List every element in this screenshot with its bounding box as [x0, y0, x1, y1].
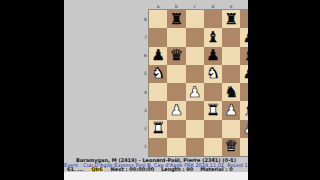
square-c3[interactable] [186, 101, 204, 119]
game-info-panel: Baramygan, M (2419) - Leonard-Paul, Pier… [64, 158, 248, 172]
white-rook-d3[interactable]: ♜ [206, 103, 219, 118]
square-b2[interactable] [167, 120, 185, 138]
square-a6[interactable]: ♟ [149, 47, 167, 65]
coord-label-a: a [149, 4, 167, 9]
coord-label-c: c [186, 4, 204, 9]
square-b3[interactable]: ♟ [167, 101, 185, 119]
square-e3[interactable]: ♟ [222, 101, 240, 119]
coord-label-b: b [167, 4, 185, 9]
square-e8[interactable]: ♜ [222, 10, 240, 28]
white-knight-d5[interactable]: ♞ [206, 66, 219, 81]
white-knight-a5[interactable]: ♞ [151, 66, 164, 81]
coord-label-e: e [222, 4, 240, 9]
square-d5[interactable]: ♞ [204, 65, 222, 83]
square-d8[interactable] [204, 10, 222, 28]
coord-label-8: 8 [143, 10, 148, 28]
square-d7[interactable]: ♝ [204, 28, 222, 46]
white-pawn-c4[interactable]: ♟ [188, 85, 201, 100]
square-d2[interactable] [204, 120, 222, 138]
square-c8[interactable] [186, 10, 204, 28]
coord-label-5: 5 [143, 65, 148, 83]
square-a3[interactable] [149, 101, 167, 119]
white-pawn-b3[interactable]: ♟ [170, 103, 183, 118]
square-b8[interactable]: ♜ [167, 10, 185, 28]
square-a2[interactable]: ♜ [149, 120, 167, 138]
square-c1[interactable] [186, 138, 204, 156]
screenshot-canvas: abcdefgh abcdefgh 87654321 87654321 ♜♜♝♟… [0, 0, 320, 180]
black-pawn-a6[interactable]: ♟ [151, 48, 164, 63]
square-c4[interactable]: ♟ [186, 83, 204, 101]
square-d6[interactable]: ♟ [204, 47, 222, 65]
left-letterbox-bar [0, 0, 64, 180]
black-knight-e4[interactable]: ♞ [224, 85, 237, 100]
square-d3[interactable]: ♜ [204, 101, 222, 119]
square-d1[interactable] [204, 138, 222, 156]
black-rook-b8[interactable]: ♜ [170, 12, 183, 27]
square-a4[interactable] [149, 83, 167, 101]
white-rook-a2[interactable]: ♜ [151, 121, 164, 136]
square-b5[interactable] [167, 65, 185, 83]
square-d4[interactable] [204, 83, 222, 101]
square-a5[interactable]: ♞ [149, 65, 167, 83]
white-pawn-e3[interactable]: ♟ [224, 103, 237, 118]
black-bishop-d7[interactable]: ♝ [206, 30, 219, 45]
coord-label-1: 1 [143, 138, 148, 156]
square-b7[interactable] [167, 28, 185, 46]
coord-label-2: 2 [143, 120, 148, 138]
black-rook-e8[interactable]: ♜ [224, 12, 237, 27]
square-e7[interactable] [222, 28, 240, 46]
right-letterbox-bar [248, 0, 320, 180]
square-a7[interactable] [149, 28, 167, 46]
square-c2[interactable] [186, 120, 204, 138]
square-e5[interactable] [222, 65, 240, 83]
coord-label-d: d [204, 4, 222, 9]
square-e1[interactable]: ♛ [222, 138, 240, 156]
square-b6[interactable]: ♛ [167, 47, 185, 65]
bottom-strip [64, 172, 248, 180]
black-pawn-d6[interactable]: ♟ [206, 48, 219, 63]
black-queen-b6[interactable]: ♛ [170, 48, 183, 63]
coord-label-7: 7 [143, 28, 148, 46]
square-b4[interactable] [167, 83, 185, 101]
coord-label-6: 6 [143, 47, 148, 65]
square-e6[interactable] [222, 47, 240, 65]
square-b1[interactable] [167, 138, 185, 156]
square-a8[interactable] [149, 10, 167, 28]
square-e2[interactable] [222, 120, 240, 138]
square-c7[interactable] [186, 28, 204, 46]
chess-viewer-panel: abcdefgh abcdefgh 87654321 87654321 ♜♜♝♟… [64, 0, 248, 180]
rank-labels-left: 87654321 [143, 10, 148, 156]
coord-label-3: 3 [143, 101, 148, 119]
square-c5[interactable] [186, 65, 204, 83]
square-e4[interactable]: ♞ [222, 83, 240, 101]
square-a1[interactable] [149, 138, 167, 156]
white-queen-e1[interactable]: ♛ [224, 139, 237, 154]
square-c6[interactable] [186, 47, 204, 65]
coord-label-4: 4 [143, 83, 148, 101]
